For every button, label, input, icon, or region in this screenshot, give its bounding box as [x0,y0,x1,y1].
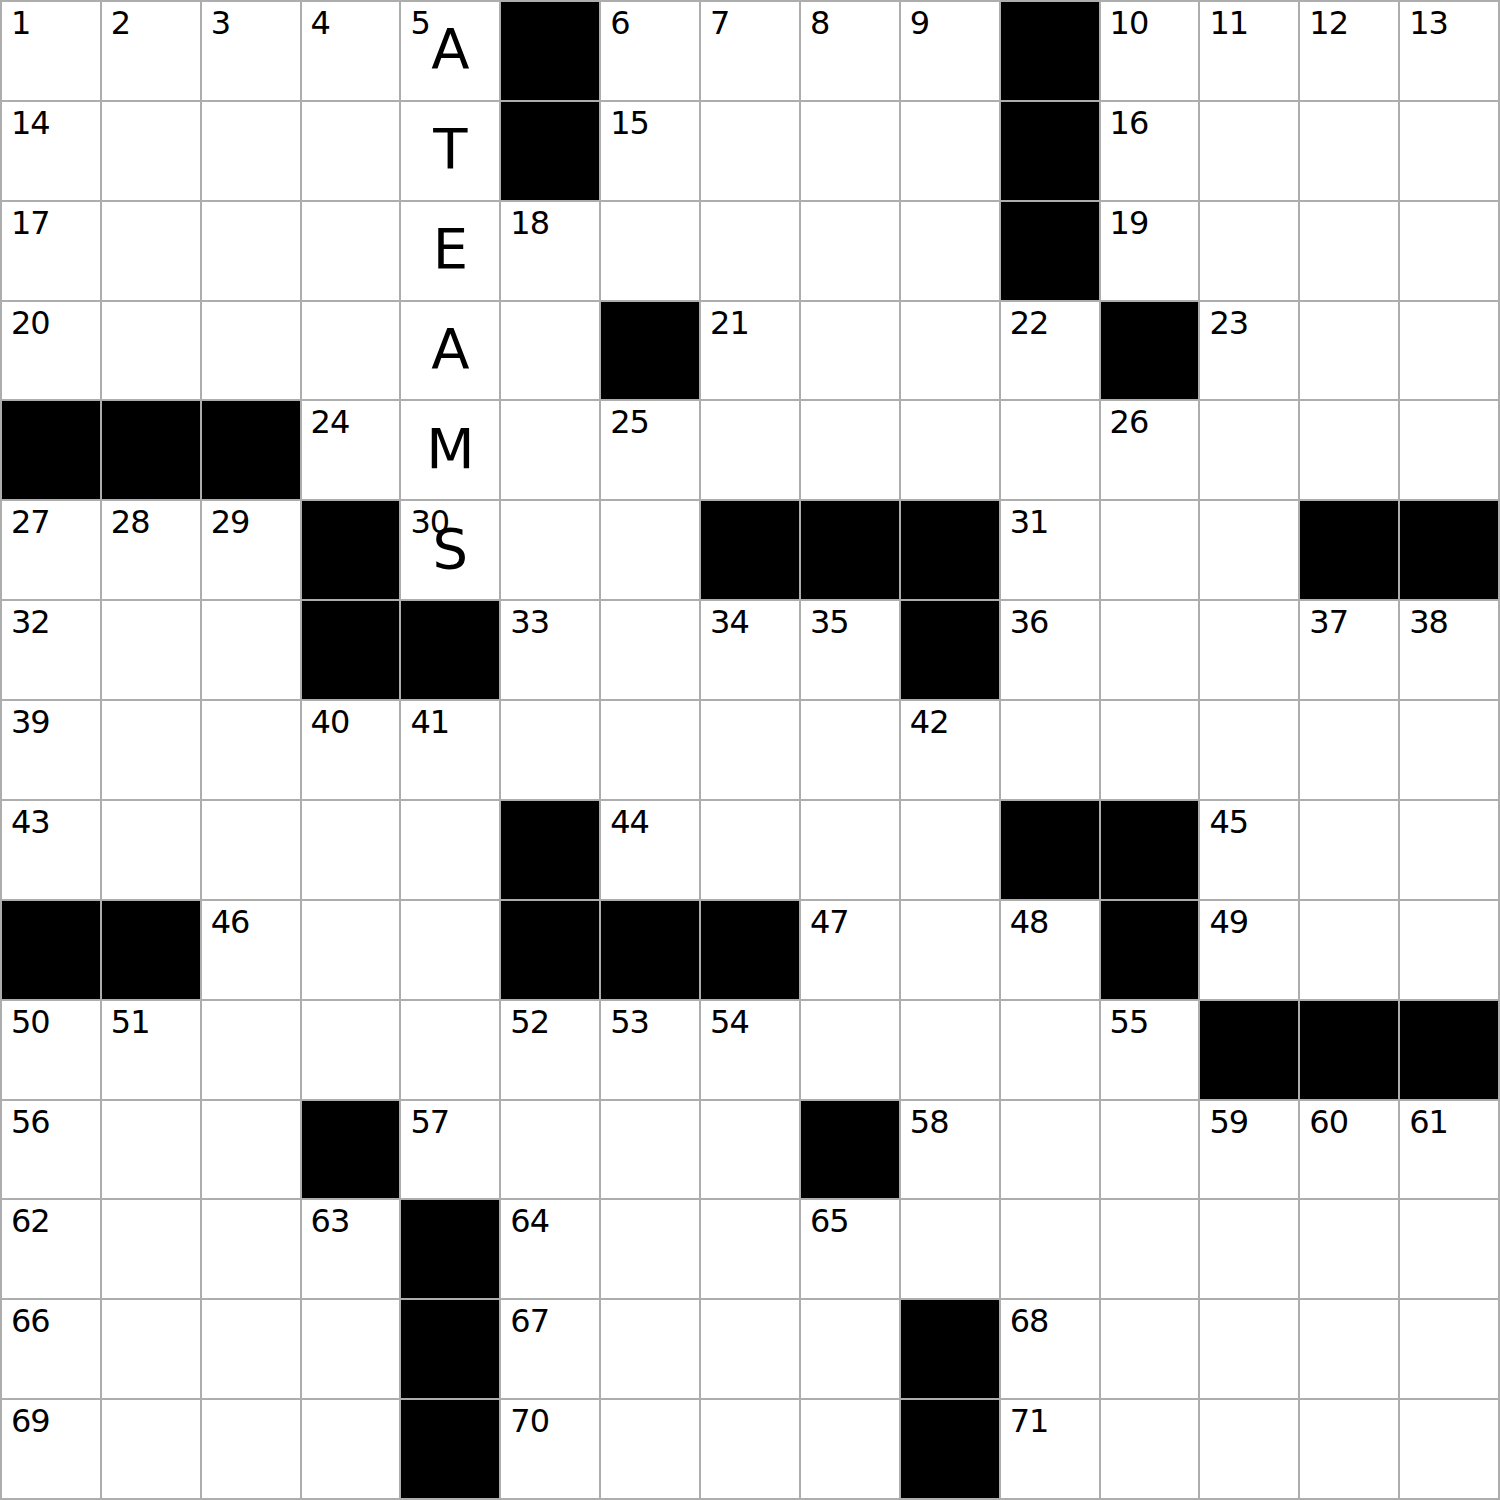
cell-r1c7[interactable] [701,102,799,200]
black-cell-r8c10 [1001,801,1099,899]
clue-number: 48 [1010,905,1049,940]
cell-r2c9[interactable] [901,202,999,300]
black-cell-r9c11 [1101,901,1199,999]
black-cell-r9c1 [102,901,200,999]
black-cell-r0c10 [1001,2,1099,100]
cell-r0c1[interactable]: 2 [102,2,200,100]
cell-r11c9[interactable]: 58 [901,1101,999,1199]
cell-r5c4[interactable]: 30S [401,501,499,599]
cell-r14c13[interactable] [1300,1400,1398,1498]
cell-r0c8[interactable]: 8 [801,2,899,100]
cell-r9c4[interactable] [401,901,499,999]
clue-number: 59 [1209,1105,1248,1140]
cell-r7c3[interactable]: 40 [302,701,400,799]
cell-r1c4[interactable]: T [401,102,499,200]
cell-r4c8[interactable] [801,401,899,499]
cell-r9c12[interactable]: 49 [1200,901,1298,999]
black-cell-r1c5 [501,102,599,200]
cell-r13c0[interactable]: 66 [2,1300,100,1398]
black-cell-r3c6 [601,302,699,400]
cell-r8c0[interactable]: 43 [2,801,100,899]
clue-number: 8 [810,6,829,41]
cell-r11c10[interactable] [1001,1101,1099,1199]
black-cell-r13c4 [401,1300,499,1398]
cell-r5c11[interactable] [1101,501,1199,599]
cell-r4c4[interactable]: M [401,401,499,499]
cell-r14c14[interactable] [1400,1400,1498,1498]
black-cell-r5c9 [901,501,999,599]
black-cell-r6c9 [901,601,999,699]
clue-number: 38 [1409,605,1448,640]
black-cell-r5c14 [1400,501,1498,599]
clue-number: 17 [11,206,50,241]
cell-r8c1[interactable] [102,801,200,899]
clue-number: 61 [1409,1105,1448,1140]
cell-r11c13[interactable]: 60 [1300,1101,1398,1199]
cell-r7c0[interactable]: 39 [2,701,100,799]
cell-r8c14[interactable] [1400,801,1498,899]
cell-r12c6[interactable] [601,1200,699,1298]
clue-number: 42 [910,705,949,740]
cell-r9c3[interactable] [302,901,400,999]
cell-r10c5[interactable]: 52 [501,1001,599,1099]
black-cell-r12c4 [401,1200,499,1298]
cell-r3c0[interactable]: 20 [2,302,100,400]
black-cell-r13c9 [901,1300,999,1398]
cell-r0c0[interactable]: 1 [2,2,100,100]
black-cell-r8c5 [501,801,599,899]
cell-r4c3[interactable]: 24 [302,401,400,499]
cell-r8c7[interactable] [701,801,799,899]
cell-r0c3[interactable]: 4 [302,2,400,100]
cell-r14c8[interactable] [801,1400,899,1498]
cell-r11c12[interactable]: 59 [1200,1101,1298,1199]
fill-letter: T [401,102,499,198]
cell-r7c1[interactable] [102,701,200,799]
fill-letter: M [401,401,499,497]
cell-r9c9[interactable] [901,901,999,999]
clue-number: 36 [1010,605,1049,640]
cell-r14c5[interactable]: 70 [501,1400,599,1498]
cell-r6c14[interactable]: 38 [1400,601,1498,699]
cell-r9c2[interactable]: 46 [202,901,300,999]
cell-r3c3[interactable] [302,302,400,400]
cell-r12c8[interactable]: 65 [801,1200,899,1298]
cell-r11c1[interactable] [102,1101,200,1199]
cell-r12c14[interactable] [1400,1200,1498,1298]
clue-number: 9 [910,6,929,41]
cell-r6c1[interactable] [102,601,200,699]
cell-r11c7[interactable] [701,1101,799,1199]
cell-r6c7[interactable]: 34 [701,601,799,699]
clue-number: 18 [510,206,549,241]
cell-r12c1[interactable] [102,1200,200,1298]
black-cell-r1c10 [1001,102,1099,200]
cell-r8c13[interactable] [1300,801,1398,899]
cell-r6c13[interactable]: 37 [1300,601,1398,699]
clue-number: 21 [710,306,749,341]
cell-r11c0[interactable]: 56 [2,1101,100,1199]
cell-r10c3[interactable] [302,1001,400,1099]
cell-r7c9[interactable]: 42 [901,701,999,799]
black-cell-r8c11 [1101,801,1199,899]
cell-r0c12[interactable]: 11 [1200,2,1298,100]
black-cell-r9c5 [501,901,599,999]
cell-r0c2[interactable]: 3 [202,2,300,100]
cell-r3c12[interactable]: 23 [1200,302,1298,400]
cell-r2c12[interactable] [1200,202,1298,300]
clue-number: 55 [1110,1005,1149,1040]
clue-number: 53 [610,1005,649,1040]
cell-r12c13[interactable] [1300,1200,1398,1298]
cell-r13c8[interactable] [801,1300,899,1398]
clue-number: 7 [710,6,729,41]
cell-r8c3[interactable] [302,801,400,899]
clue-number: 52 [510,1005,549,1040]
cell-r13c1[interactable] [102,1300,200,1398]
cell-r7c12[interactable] [1200,701,1298,799]
clue-number: 16 [1110,106,1149,141]
cell-r3c14[interactable] [1400,302,1498,400]
cell-r0c6[interactable]: 6 [601,2,699,100]
cell-r4c9[interactable] [901,401,999,499]
clue-number: 24 [311,405,350,440]
cell-r2c1[interactable] [102,202,200,300]
clue-number: 69 [11,1404,50,1439]
cell-r1c13[interactable] [1300,102,1398,200]
cell-r7c6[interactable] [601,701,699,799]
cell-r6c11[interactable] [1101,601,1199,699]
black-cell-r6c4 [401,601,499,699]
clue-number: 64 [510,1204,549,1239]
cell-r12c7[interactable] [701,1200,799,1298]
clue-number: 66 [11,1304,50,1339]
cell-r11c14[interactable]: 61 [1400,1101,1498,1199]
cell-r5c0[interactable]: 27 [2,501,100,599]
cell-r12c2[interactable] [202,1200,300,1298]
fill-letter: A [401,302,499,398]
cell-r2c4[interactable]: E [401,202,499,300]
clue-number: 67 [510,1304,549,1339]
cell-r3c1[interactable] [102,302,200,400]
cell-r6c10[interactable]: 36 [1001,601,1099,699]
clue-number: 34 [710,605,749,640]
cell-r14c1[interactable] [102,1400,200,1498]
cell-r3c5[interactable] [501,302,599,400]
cell-r9c13[interactable] [1300,901,1398,999]
cell-r7c14[interactable] [1400,701,1498,799]
cell-r12c11[interactable] [1101,1200,1199,1298]
cell-r9c8[interactable]: 47 [801,901,899,999]
cell-r2c2[interactable] [202,202,300,300]
cell-r1c2[interactable] [202,102,300,200]
cell-r13c7[interactable] [701,1300,799,1398]
black-cell-r11c8 [801,1101,899,1199]
cell-r12c0[interactable]: 62 [2,1200,100,1298]
clue-number: 15 [610,106,649,141]
black-cell-r4c1 [102,401,200,499]
clue-number: 12 [1309,6,1348,41]
cell-r14c7[interactable] [701,1400,799,1498]
cell-r6c0[interactable]: 32 [2,601,100,699]
cell-r10c6[interactable]: 53 [601,1001,699,1099]
cell-r14c10[interactable]: 71 [1001,1400,1099,1498]
cell-r14c2[interactable] [202,1400,300,1498]
cell-r10c0[interactable]: 50 [2,1001,100,1099]
cell-r13c13[interactable] [1300,1300,1398,1398]
cell-r5c1[interactable]: 28 [102,501,200,599]
clue-number: 41 [410,705,449,740]
cell-r0c13[interactable]: 12 [1300,2,1398,100]
cell-r8c9[interactable] [901,801,999,899]
clue-number: 62 [11,1204,50,1239]
cell-r2c14[interactable] [1400,202,1498,300]
cell-r13c6[interactable] [601,1300,699,1398]
black-cell-r5c3 [302,501,400,599]
cell-r11c2[interactable] [202,1101,300,1199]
clue-number: 70 [510,1404,549,1439]
cell-r0c11[interactable]: 10 [1101,2,1199,100]
clue-number: 25 [610,405,649,440]
fill-letter: A [401,2,499,98]
cell-r14c11[interactable] [1101,1400,1199,1498]
cell-r1c3[interactable] [302,102,400,200]
clue-number: 11 [1209,6,1248,41]
black-cell-r11c3 [302,1101,400,1199]
cell-r5c5[interactable] [501,501,599,599]
cell-r13c14[interactable] [1400,1300,1498,1398]
clue-number: 33 [510,605,549,640]
cell-r2c13[interactable] [1300,202,1398,300]
cell-r7c7[interactable] [701,701,799,799]
clue-number: 35 [810,605,849,640]
cell-r3c7[interactable]: 21 [701,302,799,400]
clue-number: 65 [810,1204,849,1239]
cell-r8c2[interactable] [202,801,300,899]
cell-r2c0[interactable]: 17 [2,202,100,300]
clue-number: 46 [211,905,250,940]
cell-r1c8[interactable] [801,102,899,200]
cell-r4c7[interactable] [701,401,799,499]
cell-r3c2[interactable] [202,302,300,400]
clue-number: 45 [1209,805,1248,840]
black-cell-r10c13 [1300,1001,1398,1099]
cell-r10c1[interactable]: 51 [102,1001,200,1099]
cell-r13c5[interactable]: 67 [501,1300,599,1398]
cell-r11c4[interactable]: 57 [401,1101,499,1199]
cell-r1c6[interactable]: 15 [601,102,699,200]
clue-number: 37 [1309,605,1348,640]
cell-r1c9[interactable] [901,102,999,200]
cell-r10c4[interactable] [401,1001,499,1099]
clue-number: 13 [1409,6,1448,41]
cell-r7c2[interactable] [202,701,300,799]
clue-number: 22 [1010,306,1049,341]
cell-r12c12[interactable] [1200,1200,1298,1298]
cell-r4c11[interactable]: 26 [1101,401,1199,499]
cell-r7c4[interactable]: 41 [401,701,499,799]
cell-r4c10[interactable] [1001,401,1099,499]
cell-r3c8[interactable] [801,302,899,400]
clue-number: 23 [1209,306,1248,341]
clue-number: 20 [11,306,50,341]
fill-letter: S [401,501,499,597]
clue-number: 56 [11,1105,50,1140]
cell-r3c9[interactable] [901,302,999,400]
clue-number: 68 [1010,1304,1049,1339]
cell-r13c12[interactable] [1200,1300,1298,1398]
black-cell-r4c2 [202,401,300,499]
clue-number: 40 [311,705,350,740]
clue-number: 50 [11,1005,50,1040]
cell-r1c12[interactable] [1200,102,1298,200]
cell-r4c14[interactable] [1400,401,1498,499]
clue-number: 1 [11,6,30,41]
cell-r9c10[interactable]: 48 [1001,901,1099,999]
cell-r6c2[interactable] [202,601,300,699]
black-cell-r10c12 [1200,1001,1298,1099]
cell-r12c10[interactable] [1001,1200,1099,1298]
cell-r8c4[interactable] [401,801,499,899]
black-cell-r5c7 [701,501,799,599]
clue-number: 31 [1010,505,1049,540]
black-cell-r9c0 [2,901,100,999]
clue-number: 26 [1110,405,1149,440]
cell-r1c11[interactable]: 16 [1101,102,1199,200]
cell-r10c10[interactable] [1001,1001,1099,1099]
black-cell-r2c10 [1001,202,1099,300]
clue-number: 14 [11,106,50,141]
cell-r2c3[interactable] [302,202,400,300]
cell-r10c8[interactable] [801,1001,899,1099]
cell-r3c10[interactable]: 22 [1001,302,1099,400]
cell-r13c11[interactable] [1101,1300,1199,1398]
cell-r3c4[interactable]: A [401,302,499,400]
cell-r11c5[interactable] [501,1101,599,1199]
clue-number: 47 [810,905,849,940]
cell-r0c14[interactable]: 13 [1400,2,1498,100]
clue-number: 28 [111,505,150,540]
clue-number: 39 [11,705,50,740]
clue-number: 29 [211,505,250,540]
black-cell-r6c3 [302,601,400,699]
clue-number: 51 [111,1005,150,1040]
cell-r12c3[interactable]: 63 [302,1200,400,1298]
cell-r1c14[interactable] [1400,102,1498,200]
clue-number: 27 [11,505,50,540]
cell-r0c9[interactable]: 9 [901,2,999,100]
clue-number: 60 [1309,1105,1348,1140]
cell-r11c11[interactable] [1101,1101,1199,1199]
cell-r6c5[interactable]: 33 [501,601,599,699]
clue-number: 71 [1010,1404,1049,1439]
black-cell-r14c9 [901,1400,999,1498]
cell-r10c2[interactable] [202,1001,300,1099]
cell-r12c5[interactable]: 64 [501,1200,599,1298]
fill-letter: E [401,202,499,298]
cell-r2c8[interactable] [801,202,899,300]
cell-r0c4[interactable]: 5A [401,2,499,100]
clue-number: 44 [610,805,649,840]
black-cell-r5c8 [801,501,899,599]
cell-r14c3[interactable] [302,1400,400,1498]
clue-number: 54 [710,1005,749,1040]
cell-r8c12[interactable]: 45 [1200,801,1298,899]
clue-number: 10 [1110,6,1149,41]
cell-r1c1[interactable] [102,102,200,200]
cell-r7c8[interactable] [801,701,899,799]
clue-number: 6 [610,6,629,41]
cell-r7c13[interactable] [1300,701,1398,799]
cell-r13c2[interactable] [202,1300,300,1398]
black-cell-r0c5 [501,2,599,100]
cell-r14c12[interactable] [1200,1400,1298,1498]
black-cell-r4c0 [2,401,100,499]
clue-number: 4 [311,6,330,41]
clue-number: 49 [1209,905,1248,940]
cell-r4c13[interactable] [1300,401,1398,499]
cell-r6c8[interactable]: 35 [801,601,899,699]
cell-r10c9[interactable] [901,1001,999,1099]
cell-r2c7[interactable] [701,202,799,300]
cell-r14c6[interactable] [601,1400,699,1498]
cell-r10c7[interactable]: 54 [701,1001,799,1099]
cell-r8c8[interactable] [801,801,899,899]
clue-number: 43 [11,805,50,840]
cell-r5c6[interactable] [601,501,699,599]
cell-r9c14[interactable] [1400,901,1498,999]
cell-r2c6[interactable] [601,202,699,300]
clue-number: 63 [311,1204,350,1239]
black-cell-r9c7 [701,901,799,999]
cell-r4c5[interactable] [501,401,599,499]
cell-r2c5[interactable]: 18 [501,202,599,300]
clue-number: 2 [111,6,130,41]
cell-r14c0[interactable]: 69 [2,1400,100,1498]
clue-number: 19 [1110,206,1149,241]
crossword-grid: 12345A67891011121314T151617E181920A21222… [0,0,1500,1500]
cell-r6c6[interactable] [601,601,699,699]
cell-r12c9[interactable] [901,1200,999,1298]
clue-number: 57 [410,1105,449,1140]
cell-r5c2[interactable]: 29 [202,501,300,599]
cell-r7c10[interactable] [1001,701,1099,799]
cell-r13c3[interactable] [302,1300,400,1398]
cell-r5c12[interactable] [1200,501,1298,599]
cell-r4c12[interactable] [1200,401,1298,499]
cell-r3c13[interactable] [1300,302,1398,400]
black-cell-r10c14 [1400,1001,1498,1099]
cell-r0c7[interactable]: 7 [701,2,799,100]
cell-r8c6[interactable]: 44 [601,801,699,899]
clue-number: 3 [211,6,230,41]
cell-r7c5[interactable] [501,701,599,799]
cell-r10c11[interactable]: 55 [1101,1001,1199,1099]
cell-r7c11[interactable] [1101,701,1199,799]
cell-r5c10[interactable]: 31 [1001,501,1099,599]
cell-r6c12[interactable] [1200,601,1298,699]
black-cell-r14c4 [401,1400,499,1498]
black-cell-r3c11 [1101,302,1199,400]
cell-r13c10[interactable]: 68 [1001,1300,1099,1398]
cell-r2c11[interactable]: 19 [1101,202,1199,300]
cell-r4c6[interactable]: 25 [601,401,699,499]
black-cell-r5c13 [1300,501,1398,599]
clue-number: 58 [910,1105,949,1140]
cell-r11c6[interactable] [601,1101,699,1199]
cell-r1c0[interactable]: 14 [2,102,100,200]
black-cell-r9c6 [601,901,699,999]
